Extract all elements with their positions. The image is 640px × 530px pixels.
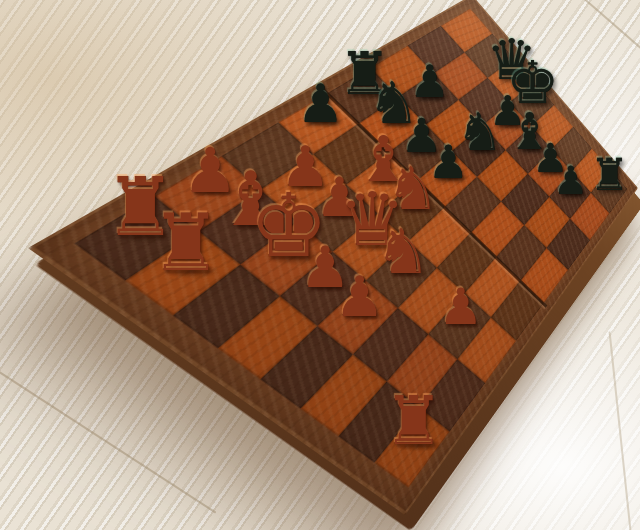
photo-scene: ♛♜♟♚♟♞♟♝♞♟♟♟♝♟♜♟♟♞♟♝♜♛♚♜♞♟♟♟♜ — [0, 0, 640, 530]
floor-plank-seam — [0, 348, 216, 513]
floor-plank-seam — [609, 331, 632, 530]
chess-board — [28, 0, 638, 515]
